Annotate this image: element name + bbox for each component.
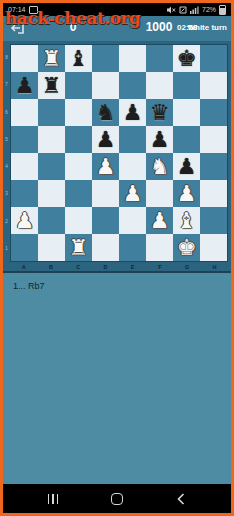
- turn-indicator: White turn: [187, 23, 227, 32]
- square-d3[interactable]: [92, 180, 119, 207]
- square-c1[interactable]: ♜: [65, 234, 92, 261]
- white-score-label: 0: [61, 20, 85, 34]
- square-f1[interactable]: [146, 234, 173, 261]
- battery-percent: 72%: [202, 6, 216, 13]
- square-g6[interactable]: [173, 99, 200, 126]
- square-f7[interactable]: [146, 72, 173, 99]
- square-f6[interactable]: ♛: [146, 99, 173, 126]
- rank-label-6: 6: [3, 99, 10, 126]
- phone-screen: hack-cheat.org 07:14 72% 0 1000 02:56: [0, 0, 234, 516]
- file-labels: ABCDEFGH: [10, 262, 228, 271]
- piece-black-knight-d6[interactable]: ♞: [92, 99, 119, 126]
- square-b8[interactable]: ♜: [38, 45, 65, 72]
- square-e8[interactable]: [119, 45, 146, 72]
- square-d7[interactable]: [92, 72, 119, 99]
- file-label-f: F: [146, 262, 173, 271]
- square-c4[interactable]: [65, 153, 92, 180]
- square-h5[interactable]: [200, 126, 227, 153]
- square-a1[interactable]: [11, 234, 38, 261]
- square-h4[interactable]: [200, 153, 227, 180]
- piece-black-rook-b7[interactable]: ♜: [38, 72, 65, 99]
- square-g1[interactable]: ♚: [173, 234, 200, 261]
- piece-white-pawn-f2[interactable]: ♟: [146, 207, 173, 234]
- square-a6[interactable]: [11, 99, 38, 126]
- square-a8[interactable]: [11, 45, 38, 72]
- square-g7[interactable]: [173, 72, 200, 99]
- square-b3[interactable]: [38, 180, 65, 207]
- square-d5[interactable]: ♟: [92, 126, 119, 153]
- piece-black-pawn-f5[interactable]: ♟: [146, 126, 173, 153]
- move-annotation: 1... Rb7: [13, 281, 221, 291]
- back-exit-button[interactable]: [9, 21, 25, 35]
- piece-black-queen-f6[interactable]: ♛: [146, 99, 173, 126]
- square-e1[interactable]: [119, 234, 146, 261]
- square-d1[interactable]: [92, 234, 119, 261]
- square-f2[interactable]: ♟: [146, 207, 173, 234]
- square-h1[interactable]: [200, 234, 227, 261]
- square-b1[interactable]: [38, 234, 65, 261]
- rank-label-2: 2: [3, 208, 10, 235]
- file-label-g: G: [174, 262, 201, 271]
- piece-black-pawn-e6[interactable]: ♟: [119, 99, 146, 126]
- piece-white-rook-c1[interactable]: ♜: [65, 234, 92, 261]
- square-c8[interactable]: ♝: [65, 45, 92, 72]
- square-b7[interactable]: ♜: [38, 72, 65, 99]
- piece-black-bishop-c8[interactable]: ♝: [65, 45, 92, 72]
- square-e7[interactable]: [119, 72, 146, 99]
- square-e6[interactable]: ♟: [119, 99, 146, 126]
- square-g3[interactable]: ♟: [173, 180, 200, 207]
- file-label-a: A: [10, 262, 37, 271]
- file-label-d: D: [92, 262, 119, 271]
- signal-bars-icon: [190, 6, 199, 14]
- square-e5[interactable]: [119, 126, 146, 153]
- square-f4[interactable]: ♞: [146, 153, 173, 180]
- square-b5[interactable]: [38, 126, 65, 153]
- file-label-h: H: [201, 262, 228, 271]
- square-c5[interactable]: [65, 126, 92, 153]
- square-g2[interactable]: ♝: [173, 207, 200, 234]
- square-g8[interactable]: ♚: [173, 45, 200, 72]
- piece-white-pawn-d4[interactable]: ♟: [92, 153, 119, 180]
- file-label-b: B: [37, 262, 64, 271]
- battery-icon: [219, 5, 226, 15]
- square-f8[interactable]: [146, 45, 173, 72]
- square-b2[interactable]: [38, 207, 65, 234]
- recents-button[interactable]: [38, 491, 68, 507]
- square-a4[interactable]: [11, 153, 38, 180]
- rank-label-7: 7: [3, 71, 10, 98]
- piece-black-pawn-g4[interactable]: ♟: [173, 153, 200, 180]
- square-e3[interactable]: ♟: [119, 180, 146, 207]
- square-d8[interactable]: [92, 45, 119, 72]
- move-list-panel: 1... Rb7: [3, 271, 231, 484]
- square-b6[interactable]: [38, 99, 65, 126]
- square-h3[interactable]: [200, 180, 227, 207]
- back-nav-button[interactable]: [166, 491, 196, 507]
- rank-labels: 87654321: [3, 44, 10, 262]
- app-header: 0 1000 02:56 White turn: [3, 16, 231, 41]
- screenshot-notification-icon: [29, 6, 38, 14]
- square-h7[interactable]: [200, 72, 227, 99]
- square-f3[interactable]: [146, 180, 173, 207]
- square-c6[interactable]: [65, 99, 92, 126]
- square-b4[interactable]: [38, 153, 65, 180]
- square-h6[interactable]: [200, 99, 227, 126]
- square-e2[interactable]: [119, 207, 146, 234]
- square-d4[interactable]: ♟: [92, 153, 119, 180]
- square-f5[interactable]: ♟: [146, 126, 173, 153]
- piece-white-knight-f4[interactable]: ♞: [146, 153, 173, 180]
- rank-label-1: 1: [3, 235, 10, 262]
- square-e4[interactable]: [119, 153, 146, 180]
- rank-label-4: 4: [3, 153, 10, 180]
- android-nav-bar: [3, 484, 231, 513]
- rank-label-5: 5: [3, 126, 10, 153]
- piece-white-rook-b8[interactable]: ♜: [38, 45, 65, 72]
- square-c7[interactable]: [65, 72, 92, 99]
- square-a7[interactable]: ♟: [11, 72, 38, 99]
- rating-label: 1000: [141, 20, 177, 34]
- piece-black-pawn-a7[interactable]: ♟: [11, 72, 38, 99]
- home-button[interactable]: [102, 491, 132, 507]
- square-h2[interactable]: [200, 207, 227, 234]
- square-c3[interactable]: [65, 180, 92, 207]
- square-h8[interactable]: [200, 45, 227, 72]
- board-squares: ♜♝♚♟♜♞♟♛♟♟♟♞♟♟♟♟♟♝♜♚: [10, 44, 228, 262]
- piece-white-pawn-g3[interactable]: ♟: [173, 180, 200, 207]
- file-label-e: E: [119, 262, 146, 271]
- piece-white-pawn-e3[interactable]: ♟: [119, 180, 146, 207]
- piece-black-king-g8[interactable]: ♚: [173, 45, 200, 72]
- chess-board: 87654321 ♜♝♚♟♜♞♟♛♟♟♟♞♟♟♟♟♟♝♜♚ ABCDEFGH: [3, 41, 231, 271]
- square-g4[interactable]: ♟: [173, 153, 200, 180]
- recents-icon: [48, 494, 59, 504]
- status-bar: 07:14 72%: [3, 3, 231, 16]
- status-time: 07:14: [8, 6, 26, 13]
- square-a5[interactable]: [11, 126, 38, 153]
- piece-white-pawn-a2[interactable]: ♟: [11, 207, 38, 234]
- square-d2[interactable]: [92, 207, 119, 234]
- rank-label-8: 8: [3, 44, 10, 71]
- piece-white-bishop-g2[interactable]: ♝: [173, 207, 200, 234]
- piece-black-pawn-d5[interactable]: ♟: [92, 126, 119, 153]
- square-a3[interactable]: [11, 180, 38, 207]
- square-c2[interactable]: [65, 207, 92, 234]
- piece-white-king-g1[interactable]: ♚: [173, 234, 200, 261]
- rank-label-3: 3: [3, 180, 10, 207]
- data-icon: [179, 6, 187, 14]
- home-icon: [111, 493, 123, 505]
- square-d6[interactable]: ♞: [92, 99, 119, 126]
- mute-icon: [167, 6, 176, 14]
- file-label-c: C: [65, 262, 92, 271]
- square-a2[interactable]: ♟: [11, 207, 38, 234]
- back-chevron-icon: [177, 493, 185, 505]
- square-g5[interactable]: [173, 126, 200, 153]
